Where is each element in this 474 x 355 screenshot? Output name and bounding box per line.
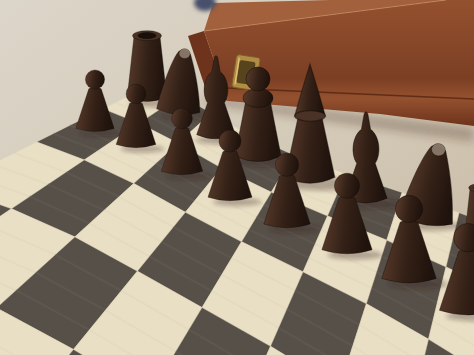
chessboard-photo-canvas: [0, 0, 474, 355]
photo-chess-scene: [0, 0, 474, 355]
